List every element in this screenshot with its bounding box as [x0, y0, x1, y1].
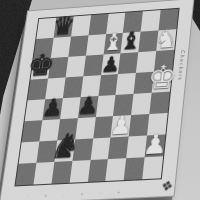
square-h7: ♞	[156, 29, 176, 51]
white-knight: ♞	[154, 27, 179, 51]
board-edge-smudges: · ∙ · ∙ · ∙	[26, 188, 128, 199]
chess-board: ♛♝♝♞♚♟♚♟♟♟♞♟	[14, 8, 179, 187]
compass-logo-icon: ❖	[159, 177, 175, 195]
square-h6	[154, 50, 174, 72]
square-h1	[142, 156, 163, 179]
board-brand-text: Checkers	[177, 50, 186, 81]
square-h2: ♟	[145, 134, 166, 157]
square-h5: ♚	[152, 71, 172, 93]
square-h3	[147, 113, 168, 136]
photo-background: ♛♝♝♞♚♟♚♟♟♟♞♟ Checkers ❖ · ∙ · ∙ · ∙	[0, 0, 200, 200]
square-h4	[149, 92, 169, 114]
board-frame: ♛♝♝♞♚♟♚♟♟♟♞♟ Checkers ❖ · ∙ · ∙ · ∙	[0, 0, 194, 200]
square-h8	[159, 9, 179, 31]
